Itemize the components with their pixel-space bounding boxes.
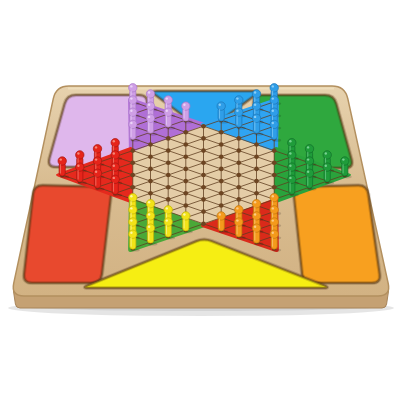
- hole[interactable]: [166, 185, 171, 190]
- hole[interactable]: [148, 191, 153, 196]
- hole[interactable]: [201, 222, 206, 227]
- hole[interactable]: [272, 161, 277, 166]
- hole[interactable]: [148, 179, 153, 184]
- tray-left: [24, 185, 111, 283]
- hole[interactable]: [166, 136, 171, 141]
- hole[interactable]: [184, 191, 189, 196]
- hole[interactable]: [237, 173, 242, 178]
- hole[interactable]: [254, 179, 259, 184]
- hole[interactable]: [201, 148, 206, 153]
- hole[interactable]: [131, 185, 136, 190]
- hole[interactable]: [131, 148, 136, 153]
- hole[interactable]: [131, 161, 136, 166]
- hole[interactable]: [201, 161, 206, 166]
- hole[interactable]: [166, 197, 171, 202]
- hole[interactable]: [219, 130, 224, 135]
- hole[interactable]: [272, 185, 277, 190]
- hole[interactable]: [184, 167, 189, 172]
- hole[interactable]: [184, 203, 189, 208]
- hole[interactable]: [148, 154, 153, 159]
- hole[interactable]: [166, 148, 171, 153]
- hole[interactable]: [184, 130, 189, 135]
- hole[interactable]: [148, 142, 153, 147]
- hole[interactable]: [237, 197, 242, 202]
- hole[interactable]: [184, 179, 189, 184]
- chinese-checkers-board: [0, 0, 400, 400]
- hole[interactable]: [219, 203, 224, 208]
- hole[interactable]: [201, 209, 206, 214]
- hole[interactable]: [272, 148, 277, 153]
- hole[interactable]: [201, 124, 206, 129]
- hole[interactable]: [219, 191, 224, 196]
- hole[interactable]: [201, 173, 206, 178]
- hole[interactable]: [254, 191, 259, 196]
- hole[interactable]: [254, 167, 259, 172]
- hole[interactable]: [219, 179, 224, 184]
- hole[interactable]: [272, 173, 277, 178]
- hole[interactable]: [254, 142, 259, 147]
- hole[interactable]: [237, 136, 242, 141]
- hole[interactable]: [237, 185, 242, 190]
- chinese-checkers-board-photo: [0, 0, 400, 400]
- hole[interactable]: [219, 167, 224, 172]
- hole[interactable]: [184, 154, 189, 159]
- hole[interactable]: [219, 142, 224, 147]
- hole[interactable]: [254, 154, 259, 159]
- hole[interactable]: [201, 185, 206, 190]
- hole[interactable]: [237, 161, 242, 166]
- hole[interactable]: [201, 197, 206, 202]
- hole[interactable]: [219, 154, 224, 159]
- hole[interactable]: [148, 167, 153, 172]
- hole[interactable]: [166, 173, 171, 178]
- tray-right: [294, 185, 380, 283]
- hole[interactable]: [201, 136, 206, 141]
- hole[interactable]: [237, 148, 242, 153]
- hole[interactable]: [184, 142, 189, 147]
- hole[interactable]: [166, 161, 171, 166]
- hole[interactable]: [131, 173, 136, 178]
